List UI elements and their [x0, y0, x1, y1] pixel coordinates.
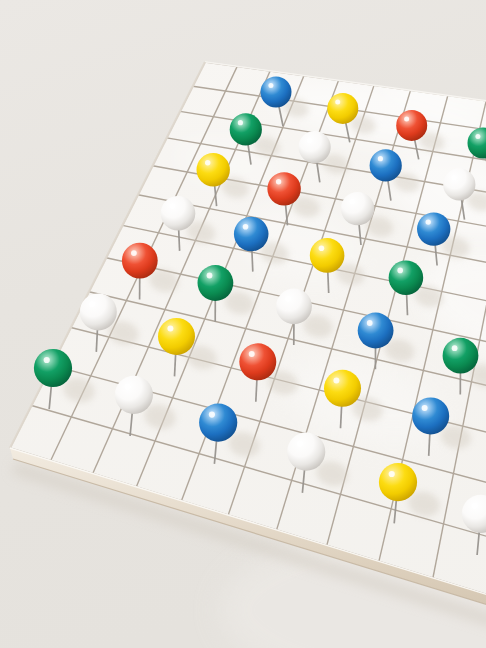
pin-head-specular	[367, 320, 373, 326]
pin-head-specular	[44, 357, 50, 363]
pin-head	[267, 172, 300, 205]
pin-head-specular	[472, 503, 478, 509]
pin-head-specular	[249, 351, 255, 357]
pin-head-specular	[397, 268, 403, 274]
pin-head-specular	[167, 326, 173, 332]
pin-head-specular	[238, 120, 243, 125]
pin-head-specular	[285, 296, 291, 302]
pin-head-specular	[333, 378, 339, 384]
pin-head	[261, 77, 292, 108]
pin-head	[299, 131, 331, 163]
pin-head	[287, 433, 325, 471]
pin-head	[122, 243, 158, 279]
pin-head	[80, 293, 117, 330]
pin-head-specular	[319, 245, 325, 251]
pin-head-specular	[422, 405, 428, 411]
pin-head	[358, 313, 394, 349]
pin-head	[379, 463, 417, 501]
pin-head	[370, 149, 402, 181]
pin-head-specular	[276, 179, 281, 184]
pin-head	[310, 238, 345, 273]
pin-head-specular	[297, 441, 303, 447]
pinboard-photo-scene	[0, 0, 486, 648]
pin-head	[389, 260, 424, 295]
pin-head	[327, 93, 358, 124]
pin-head	[161, 196, 196, 231]
pin-head	[230, 113, 262, 145]
pin-head-specular	[268, 83, 273, 88]
pin-head	[158, 318, 195, 355]
pin-head	[443, 168, 475, 200]
pin-head-specular	[307, 138, 312, 143]
pin-head-specular	[89, 301, 95, 307]
pin-head-specular	[452, 345, 458, 351]
pin-head	[198, 265, 234, 301]
pin-head	[115, 376, 153, 414]
pin-head-specular	[243, 224, 249, 230]
pin-head-specular	[335, 99, 340, 104]
pin-head	[443, 338, 479, 374]
pin-head-specular	[378, 156, 383, 161]
pinboard-svg	[0, 0, 486, 648]
pin-head	[412, 397, 449, 434]
pin-head	[234, 217, 269, 252]
pin-head-specular	[451, 175, 456, 180]
pin-head-specular	[207, 273, 213, 279]
pin-head-specular	[426, 219, 431, 224]
pin-head-specular	[131, 250, 137, 256]
pin-head	[396, 110, 427, 141]
pin-head	[341, 192, 374, 225]
pin-head-specular	[389, 471, 395, 477]
pin-head	[324, 370, 361, 407]
pin-head	[239, 343, 276, 380]
pin-head-specular	[349, 199, 354, 204]
pin-head	[34, 349, 72, 387]
pin-head-specular	[125, 384, 131, 390]
pin-head	[417, 212, 450, 245]
pin-head-specular	[170, 203, 176, 209]
pin-head-specular	[205, 160, 210, 165]
pin-head	[199, 404, 237, 442]
pin-head-specular	[209, 412, 215, 418]
pin-head	[276, 288, 312, 324]
pin-head-specular	[475, 134, 480, 139]
pin-head	[197, 153, 230, 186]
pin-head-specular	[404, 116, 409, 121]
